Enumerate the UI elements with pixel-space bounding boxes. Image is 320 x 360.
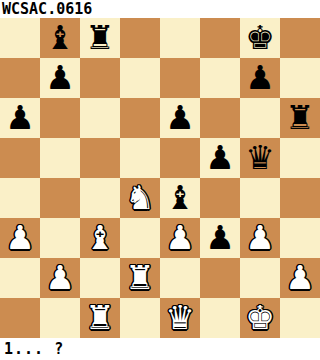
square-d4[interactable]: ♞ xyxy=(120,178,160,218)
square-f2[interactable] xyxy=(200,258,240,298)
square-g2[interactable] xyxy=(240,258,280,298)
piece-black-queen-g5[interactable]: ♛ xyxy=(245,138,275,178)
square-h6[interactable]: ♜ xyxy=(280,98,320,138)
piece-white-pawn-h2[interactable]: ♟ xyxy=(285,258,315,298)
piece-white-bishop-c3[interactable]: ♝ xyxy=(85,218,115,258)
square-b6[interactable] xyxy=(40,98,80,138)
piece-white-pawn-a3[interactable]: ♟ xyxy=(5,218,35,258)
square-g5[interactable]: ♛ xyxy=(240,138,280,178)
square-d8[interactable] xyxy=(120,18,160,58)
square-h2[interactable]: ♟ xyxy=(280,258,320,298)
square-b2[interactable]: ♟ xyxy=(40,258,80,298)
square-a7[interactable] xyxy=(0,58,40,98)
square-e3[interactable]: ♟ xyxy=(160,218,200,258)
piece-white-pawn-e3[interactable]: ♟ xyxy=(165,218,195,258)
piece-black-pawn-f3[interactable]: ♟ xyxy=(205,218,235,258)
square-b5[interactable] xyxy=(40,138,80,178)
square-a3[interactable]: ♟ xyxy=(0,218,40,258)
square-h7[interactable] xyxy=(280,58,320,98)
square-e2[interactable] xyxy=(160,258,200,298)
square-h1[interactable] xyxy=(280,298,320,338)
piece-black-pawn-g7[interactable]: ♟ xyxy=(245,58,275,98)
square-c5[interactable] xyxy=(80,138,120,178)
square-h3[interactable] xyxy=(280,218,320,258)
square-c4[interactable] xyxy=(80,178,120,218)
square-b4[interactable] xyxy=(40,178,80,218)
piece-white-rook-d2[interactable]: ♜ xyxy=(125,258,155,298)
piece-black-pawn-f5[interactable]: ♟ xyxy=(205,138,235,178)
chess-board: ♝♜♚♟♟♟♟♜♟♛♞♝♟♝♟♟♟♟♜♟♜♛♚ xyxy=(0,18,320,338)
square-c7[interactable] xyxy=(80,58,120,98)
square-c1[interactable]: ♜ xyxy=(80,298,120,338)
square-e1[interactable]: ♛ xyxy=(160,298,200,338)
square-f8[interactable] xyxy=(200,18,240,58)
square-b7[interactable]: ♟ xyxy=(40,58,80,98)
piece-white-pawn-g3[interactable]: ♟ xyxy=(245,218,275,258)
square-a2[interactable] xyxy=(0,258,40,298)
square-g1[interactable]: ♚ xyxy=(240,298,280,338)
piece-black-bishop-b8[interactable]: ♝ xyxy=(45,18,75,58)
piece-white-queen-e1[interactable]: ♛ xyxy=(165,298,195,338)
square-b8[interactable]: ♝ xyxy=(40,18,80,58)
square-h5[interactable] xyxy=(280,138,320,178)
square-e6[interactable]: ♟ xyxy=(160,98,200,138)
piece-black-pawn-a6[interactable]: ♟ xyxy=(5,98,35,138)
square-h8[interactable] xyxy=(280,18,320,58)
piece-black-bishop-e4[interactable]: ♝ xyxy=(165,178,195,218)
square-a5[interactable] xyxy=(0,138,40,178)
square-f6[interactable] xyxy=(200,98,240,138)
square-f7[interactable] xyxy=(200,58,240,98)
square-b3[interactable] xyxy=(40,218,80,258)
square-e4[interactable]: ♝ xyxy=(160,178,200,218)
square-f5[interactable]: ♟ xyxy=(200,138,240,178)
square-b1[interactable] xyxy=(40,298,80,338)
piece-white-knight-d4[interactable]: ♞ xyxy=(125,178,155,218)
piece-white-king-g1[interactable]: ♚ xyxy=(245,298,275,338)
puzzle-title: WCSAC.0616 xyxy=(0,0,320,18)
move-prompt: 1... ? xyxy=(0,338,320,360)
square-d6[interactable] xyxy=(120,98,160,138)
square-a1[interactable] xyxy=(0,298,40,338)
piece-white-pawn-b2[interactable]: ♟ xyxy=(45,258,75,298)
square-c8[interactable]: ♜ xyxy=(80,18,120,58)
piece-white-rook-c1[interactable]: ♜ xyxy=(85,298,115,338)
square-e7[interactable] xyxy=(160,58,200,98)
square-g7[interactable]: ♟ xyxy=(240,58,280,98)
square-d7[interactable] xyxy=(120,58,160,98)
piece-black-king-g8[interactable]: ♚ xyxy=(245,18,275,58)
square-d3[interactable] xyxy=(120,218,160,258)
square-g4[interactable] xyxy=(240,178,280,218)
square-c2[interactable] xyxy=(80,258,120,298)
square-c6[interactable] xyxy=(80,98,120,138)
square-e8[interactable] xyxy=(160,18,200,58)
square-h4[interactable] xyxy=(280,178,320,218)
square-a4[interactable] xyxy=(0,178,40,218)
piece-black-rook-h6[interactable]: ♜ xyxy=(285,98,315,138)
square-a8[interactable] xyxy=(0,18,40,58)
square-d5[interactable] xyxy=(120,138,160,178)
square-g3[interactable]: ♟ xyxy=(240,218,280,258)
square-d1[interactable] xyxy=(120,298,160,338)
square-d2[interactable]: ♜ xyxy=(120,258,160,298)
piece-black-pawn-b7[interactable]: ♟ xyxy=(45,58,75,98)
square-f1[interactable] xyxy=(200,298,240,338)
square-c3[interactable]: ♝ xyxy=(80,218,120,258)
piece-black-rook-c8[interactable]: ♜ xyxy=(85,18,115,58)
square-f4[interactable] xyxy=(200,178,240,218)
square-f3[interactable]: ♟ xyxy=(200,218,240,258)
piece-black-pawn-e6[interactable]: ♟ xyxy=(165,98,195,138)
square-g8[interactable]: ♚ xyxy=(240,18,280,58)
square-a6[interactable]: ♟ xyxy=(0,98,40,138)
square-e5[interactable] xyxy=(160,138,200,178)
square-g6[interactable] xyxy=(240,98,280,138)
